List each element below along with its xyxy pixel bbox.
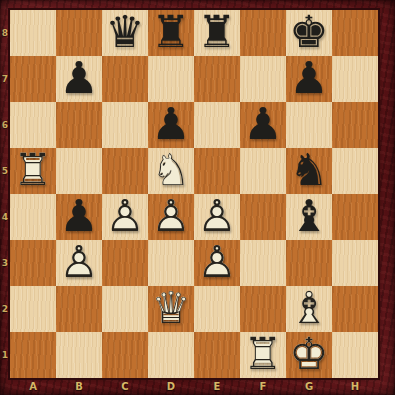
piece-glyph: ♙ [194, 192, 240, 238]
square-a3[interactable] [10, 240, 56, 286]
piece-glyph: ♜ [148, 8, 194, 54]
rank-label-7: 7 [0, 56, 10, 102]
piece-black-queen-c8[interactable]: ♛ [102, 10, 148, 56]
piece-white-pawn-d4[interactable]: ♟♙ [148, 194, 194, 240]
piece-glyph: ♗ [286, 284, 332, 330]
square-a2[interactable] [10, 286, 56, 332]
piece-white-queen-d2[interactable]: ♛♕ [148, 286, 194, 332]
piece-white-pawn-b3[interactable]: ♟♙ [56, 240, 102, 286]
square-h5[interactable] [332, 148, 378, 194]
square-c7[interactable] [102, 56, 148, 102]
square-f4[interactable] [240, 194, 286, 240]
square-b2[interactable] [56, 286, 102, 332]
rank-label-8: 8 [0, 10, 10, 56]
rank-label-1: 1 [0, 332, 10, 378]
piece-black-pawn-g7[interactable]: ♟ [286, 56, 332, 102]
square-h3[interactable] [332, 240, 378, 286]
piece-glyph: ♟ [286, 54, 332, 100]
piece-glyph: ♙ [56, 238, 102, 284]
file-label-c: C [102, 378, 148, 395]
rank-label-3: 3 [0, 240, 10, 286]
chess-board-window: ♛♜♜♚♟♟♟♟♜♖♞♘♞♟♟♙♟♙♟♙♝♟♙♟♙♛♕♝♗♜♖♚♔ 876543… [0, 0, 395, 395]
square-a4[interactable] [10, 194, 56, 240]
piece-glyph: ♟ [240, 100, 286, 146]
piece-glyph: ♜ [194, 8, 240, 54]
square-h8[interactable] [332, 10, 378, 56]
piece-black-pawn-b7[interactable]: ♟ [56, 56, 102, 102]
piece-glyph: ♛ [102, 8, 148, 54]
square-c3[interactable] [102, 240, 148, 286]
file-label-e: E [194, 378, 240, 395]
rank-label-4: 4 [0, 194, 10, 240]
square-c1[interactable] [102, 332, 148, 378]
piece-black-bishop-g4[interactable]: ♝ [286, 194, 332, 240]
piece-white-pawn-c4[interactable]: ♟♙ [102, 194, 148, 240]
square-f3[interactable] [240, 240, 286, 286]
square-b5[interactable] [56, 148, 102, 194]
square-h4[interactable] [332, 194, 378, 240]
square-c5[interactable] [102, 148, 148, 194]
square-e6[interactable] [194, 102, 240, 148]
square-e5[interactable] [194, 148, 240, 194]
piece-white-knight-d5[interactable]: ♞♘ [148, 148, 194, 194]
square-e7[interactable] [194, 56, 240, 102]
square-d7[interactable] [148, 56, 194, 102]
piece-glyph: ♙ [148, 192, 194, 238]
square-h2[interactable] [332, 286, 378, 332]
square-f2[interactable] [240, 286, 286, 332]
piece-glyph: ♟ [56, 54, 102, 100]
piece-white-rook-a5[interactable]: ♜♖ [10, 148, 56, 194]
piece-glyph: ♚ [286, 8, 332, 54]
piece-black-rook-e8[interactable]: ♜ [194, 10, 240, 56]
piece-white-pawn-e4[interactable]: ♟♙ [194, 194, 240, 240]
rank-label-2: 2 [0, 286, 10, 332]
piece-glyph: ♟ [56, 192, 102, 238]
square-a1[interactable] [10, 332, 56, 378]
file-label-f: F [240, 378, 286, 395]
piece-white-pawn-e3[interactable]: ♟♙ [194, 240, 240, 286]
file-label-h: H [332, 378, 378, 395]
square-e1[interactable] [194, 332, 240, 378]
file-label-g: G [286, 378, 332, 395]
piece-glyph: ♖ [240, 330, 286, 376]
piece-white-rook-f1[interactable]: ♜♖ [240, 332, 286, 378]
square-a6[interactable] [10, 102, 56, 148]
piece-white-bishop-g2[interactable]: ♝♗ [286, 286, 332, 332]
rank-label-5: 5 [0, 148, 10, 194]
piece-black-pawn-f6[interactable]: ♟ [240, 102, 286, 148]
square-d3[interactable] [148, 240, 194, 286]
piece-glyph: ♟ [148, 100, 194, 146]
square-c6[interactable] [102, 102, 148, 148]
piece-white-king-g1[interactable]: ♚♔ [286, 332, 332, 378]
piece-black-pawn-d6[interactable]: ♟ [148, 102, 194, 148]
square-h1[interactable] [332, 332, 378, 378]
piece-glyph: ♕ [148, 284, 194, 330]
square-a7[interactable] [10, 56, 56, 102]
piece-glyph: ♘ [148, 146, 194, 192]
square-a8[interactable] [10, 10, 56, 56]
piece-black-king-g8[interactable]: ♚ [286, 10, 332, 56]
square-b8[interactable] [56, 10, 102, 56]
piece-glyph: ♙ [102, 192, 148, 238]
file-label-a: A [10, 378, 56, 395]
square-f5[interactable] [240, 148, 286, 194]
square-g3[interactable] [286, 240, 332, 286]
square-e2[interactable] [194, 286, 240, 332]
square-b6[interactable] [56, 102, 102, 148]
square-c2[interactable] [102, 286, 148, 332]
piece-glyph: ♖ [10, 146, 56, 192]
square-h7[interactable] [332, 56, 378, 102]
piece-black-pawn-b4[interactable]: ♟ [56, 194, 102, 240]
square-b1[interactable] [56, 332, 102, 378]
piece-black-knight-g5[interactable]: ♞ [286, 148, 332, 194]
square-f7[interactable] [240, 56, 286, 102]
square-f8[interactable] [240, 10, 286, 56]
file-label-d: D [148, 378, 194, 395]
piece-glyph: ♞ [286, 146, 332, 192]
rank-label-6: 6 [0, 102, 10, 148]
square-d1[interactable] [148, 332, 194, 378]
piece-glyph: ♙ [194, 238, 240, 284]
piece-black-rook-d8[interactable]: ♜ [148, 10, 194, 56]
file-label-b: B [56, 378, 102, 395]
square-g6[interactable] [286, 102, 332, 148]
square-h6[interactable] [332, 102, 378, 148]
piece-glyph: ♔ [286, 330, 332, 376]
piece-glyph: ♝ [286, 192, 332, 238]
